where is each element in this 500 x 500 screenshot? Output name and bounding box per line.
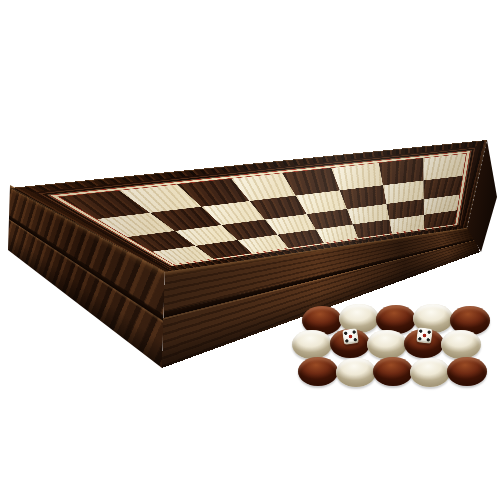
- brown-checker: [376, 305, 416, 334]
- product-photo-scene: [0, 0, 500, 500]
- white-checker: [336, 358, 376, 387]
- die: [342, 328, 359, 345]
- board-square-dark: [424, 210, 457, 228]
- checkers-tray: [288, 302, 500, 398]
- white-checker: [292, 330, 332, 359]
- brown-checker: [298, 357, 338, 386]
- die: [416, 327, 433, 344]
- white-checker: [367, 330, 407, 359]
- brown-checker: [447, 357, 487, 386]
- brown-checker: [373, 357, 413, 386]
- white-checker: [410, 358, 450, 387]
- white-checker: [339, 304, 379, 333]
- white-checker: [441, 330, 481, 359]
